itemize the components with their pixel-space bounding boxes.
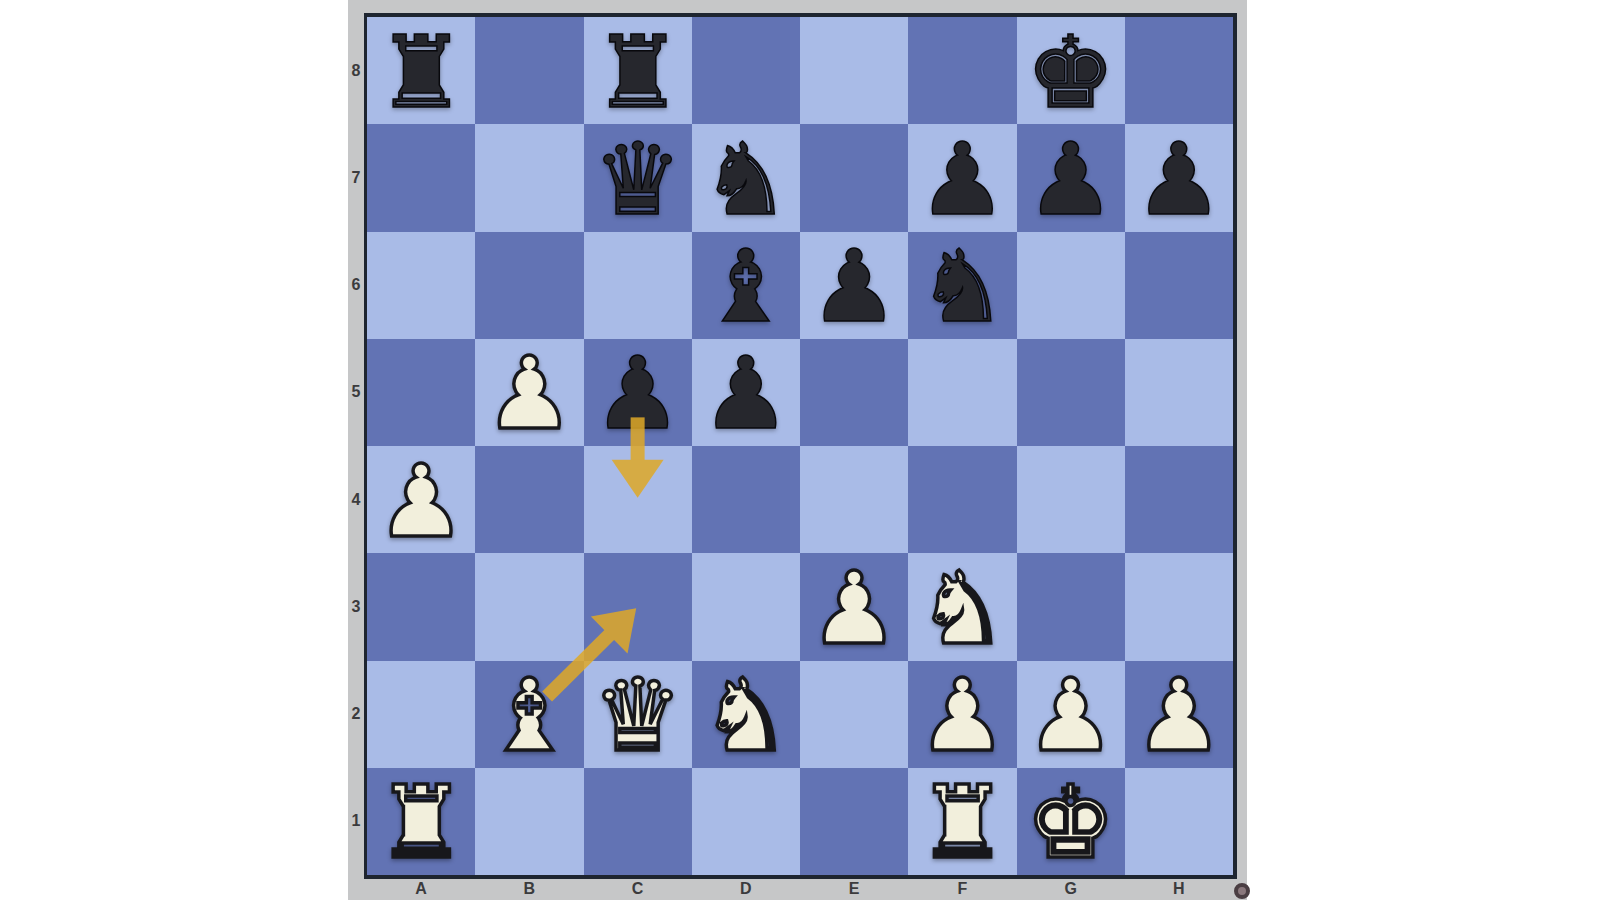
square-e6[interactable]: ♟: [800, 232, 908, 339]
square-h5[interactable]: [1125, 339, 1233, 446]
black-pawn-h7[interactable]: ♟: [1134, 130, 1224, 230]
black-knight-f6[interactable]: ♞: [918, 237, 1008, 337]
corner-dot: [1234, 883, 1250, 899]
white-queen-c2[interactable]: ♛: [593, 666, 683, 766]
square-e1[interactable]: [800, 768, 908, 875]
file-label-e: E: [800, 877, 908, 900]
square-g4[interactable]: [1017, 446, 1125, 553]
square-e7[interactable]: [800, 124, 908, 231]
square-e2[interactable]: [800, 661, 908, 768]
white-pawn-g2[interactable]: ♟: [1026, 666, 1116, 766]
square-a1[interactable]: ♜: [367, 768, 475, 875]
square-b8[interactable]: [475, 17, 583, 124]
white-pawn-a4[interactable]: ♟: [376, 452, 466, 552]
square-c3[interactable]: [584, 553, 692, 660]
square-c5[interactable]: ♟: [584, 339, 692, 446]
white-pawn-f2[interactable]: ♟: [918, 666, 1008, 766]
white-bishop-b2[interactable]: ♝: [485, 666, 575, 766]
square-g5[interactable]: [1017, 339, 1125, 446]
square-d8[interactable]: [692, 17, 800, 124]
square-h1[interactable]: [1125, 768, 1233, 875]
square-e3[interactable]: ♟: [800, 553, 908, 660]
square-f6[interactable]: ♞: [908, 232, 1016, 339]
square-a5[interactable]: [367, 339, 475, 446]
rank-label-1: 1: [348, 768, 364, 875]
square-c8[interactable]: ♜: [584, 17, 692, 124]
square-d7[interactable]: ♞: [692, 124, 800, 231]
file-label-c: C: [584, 877, 692, 900]
rank-label-8: 8: [348, 17, 364, 124]
square-g1[interactable]: ♚: [1017, 768, 1125, 875]
white-pawn-b5[interactable]: ♟: [485, 344, 575, 444]
rank-label-4: 4: [348, 446, 364, 553]
square-d3[interactable]: [692, 553, 800, 660]
square-h7[interactable]: ♟: [1125, 124, 1233, 231]
square-b6[interactable]: [475, 232, 583, 339]
white-rook-f1[interactable]: ♜: [918, 773, 1008, 873]
square-a4[interactable]: ♟: [367, 446, 475, 553]
black-rook-a8[interactable]: ♜: [376, 23, 466, 123]
square-b3[interactable]: [475, 553, 583, 660]
square-c6[interactable]: [584, 232, 692, 339]
square-c4[interactable]: [584, 446, 692, 553]
white-pawn-h2[interactable]: ♟: [1134, 666, 1224, 766]
square-a2[interactable]: [367, 661, 475, 768]
square-f8[interactable]: [908, 17, 1016, 124]
square-c1[interactable]: [584, 768, 692, 875]
square-d2[interactable]: ♞: [692, 661, 800, 768]
square-b2[interactable]: ♝: [475, 661, 583, 768]
white-knight-d2[interactable]: ♞: [701, 666, 791, 766]
chess-board: ♜♜♚♛♞♟♟♟♝♟♞♟♟♟♟♟♞♝♛♞♟♟♟♜♜♚: [367, 17, 1233, 875]
square-h4[interactable]: [1125, 446, 1233, 553]
file-label-f: F: [908, 877, 1016, 900]
square-h8[interactable]: [1125, 17, 1233, 124]
square-d6[interactable]: ♝: [692, 232, 800, 339]
file-label-h: H: [1125, 877, 1233, 900]
white-knight-f3[interactable]: ♞: [918, 559, 1008, 659]
black-rook-c8[interactable]: ♜: [593, 23, 683, 123]
rank-label-6: 6: [348, 232, 364, 339]
square-g3[interactable]: [1017, 553, 1125, 660]
black-knight-d7[interactable]: ♞: [701, 130, 791, 230]
square-e5[interactable]: [800, 339, 908, 446]
square-g6[interactable]: [1017, 232, 1125, 339]
rank-label-7: 7: [348, 124, 364, 231]
square-f1[interactable]: ♜: [908, 768, 1016, 875]
square-h2[interactable]: ♟: [1125, 661, 1233, 768]
black-pawn-f7[interactable]: ♟: [918, 130, 1008, 230]
square-f7[interactable]: ♟: [908, 124, 1016, 231]
file-label-a: A: [367, 877, 475, 900]
square-f2[interactable]: ♟: [908, 661, 1016, 768]
square-e4[interactable]: [800, 446, 908, 553]
square-c7[interactable]: ♛: [584, 124, 692, 231]
square-b7[interactable]: [475, 124, 583, 231]
square-f5[interactable]: [908, 339, 1016, 446]
file-label-g: G: [1017, 877, 1125, 900]
file-label-b: B: [475, 877, 583, 900]
file-label-d: D: [692, 877, 800, 900]
square-b5[interactable]: ♟: [475, 339, 583, 446]
black-pawn-c5[interactable]: ♟: [593, 344, 683, 444]
square-e8[interactable]: [800, 17, 908, 124]
white-pawn-e3[interactable]: ♟: [809, 559, 899, 659]
black-pawn-e6[interactable]: ♟: [809, 237, 899, 337]
square-a3[interactable]: [367, 553, 475, 660]
black-pawn-d5[interactable]: ♟: [701, 344, 791, 444]
square-g2[interactable]: ♟: [1017, 661, 1125, 768]
square-b4[interactable]: [475, 446, 583, 553]
board-frame: ♜♜♚♛♞♟♟♟♝♟♞♟♟♟♟♟♞♝♛♞♟♟♟♜♜♚ 87654321 ABCD…: [348, 0, 1247, 900]
black-queen-c7[interactable]: ♛: [593, 130, 683, 230]
square-g8[interactable]: ♚: [1017, 17, 1125, 124]
square-d4[interactable]: [692, 446, 800, 553]
square-f3[interactable]: ♞: [908, 553, 1016, 660]
black-king-g8[interactable]: ♚: [1026, 23, 1116, 123]
square-a8[interactable]: ♜: [367, 17, 475, 124]
square-b1[interactable]: [475, 768, 583, 875]
square-a7[interactable]: [367, 124, 475, 231]
rank-label-3: 3: [348, 553, 364, 660]
square-h6[interactable]: [1125, 232, 1233, 339]
white-king-g1[interactable]: ♚: [1026, 773, 1116, 873]
square-d1[interactable]: [692, 768, 800, 875]
black-pawn-g7[interactable]: ♟: [1026, 130, 1116, 230]
square-h3[interactable]: [1125, 553, 1233, 660]
square-a6[interactable]: [367, 232, 475, 339]
square-g7[interactable]: ♟: [1017, 124, 1125, 231]
white-rook-a1[interactable]: ♜: [376, 773, 466, 873]
rank-label-2: 2: [348, 661, 364, 768]
square-d5[interactable]: ♟: [692, 339, 800, 446]
rank-label-5: 5: [348, 339, 364, 446]
black-bishop-d6[interactable]: ♝: [701, 237, 791, 337]
square-f4[interactable]: [908, 446, 1016, 553]
square-c2[interactable]: ♛: [584, 661, 692, 768]
